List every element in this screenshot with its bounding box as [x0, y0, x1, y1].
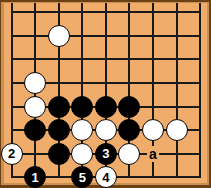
stone-black: [95, 96, 117, 118]
stone-white: [48, 25, 70, 47]
move-number-label: 1: [32, 171, 39, 184]
stone-white: [166, 119, 188, 141]
stone-black: [48, 143, 70, 165]
grid-line-horizontal: [11, 11, 201, 13]
move-number-label: 4: [102, 171, 109, 184]
stone-white: [142, 119, 164, 141]
stone-white: [24, 72, 46, 94]
move-number-label: 3: [102, 147, 109, 160]
stone-black: [118, 96, 140, 118]
grid-line-horizontal: [11, 35, 201, 37]
stone-white-move-4: 4: [95, 166, 117, 188]
stone-white-move-2: 2: [1, 143, 23, 165]
stone-black: [71, 96, 93, 118]
grid-line-horizontal: [11, 58, 201, 60]
stone-white: [71, 143, 93, 165]
point-label-a: a: [147, 146, 159, 162]
stone-white: [24, 96, 46, 118]
move-number-label: 5: [79, 171, 86, 184]
move-number-label: 2: [8, 147, 15, 160]
stone-black: [48, 96, 70, 118]
stone-white: [118, 143, 140, 165]
stone-black: [48, 119, 70, 141]
stone-black-move-3: 3: [95, 143, 117, 165]
stone-white: [95, 119, 117, 141]
go-board-diagram: a23154: [0, 0, 211, 188]
